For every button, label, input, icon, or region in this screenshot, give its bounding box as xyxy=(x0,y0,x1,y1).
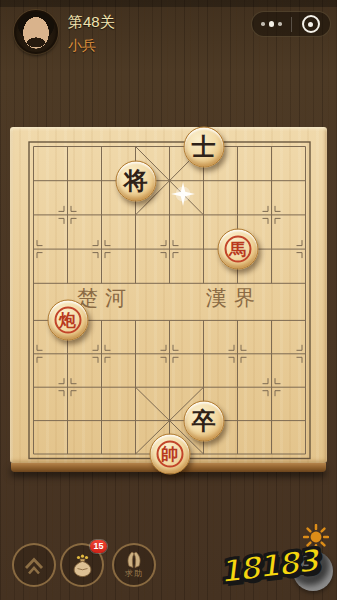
double-chevron-up-icon xyxy=(21,555,47,576)
watermark-18183: 18183 xyxy=(219,526,334,592)
piece-black-soldier[interactable]: 卒 xyxy=(183,400,224,441)
piece-red-cannon[interactable]: 炮 xyxy=(47,300,88,341)
money-bag-icon xyxy=(69,553,96,578)
more-button[interactable] xyxy=(252,12,291,36)
more-dots-icon xyxy=(261,22,265,26)
praying-hands-icon xyxy=(123,551,145,569)
more-dots-icon xyxy=(278,22,282,26)
exit-button[interactable] xyxy=(292,12,331,36)
exit-circle-icon xyxy=(302,15,320,33)
level-label: 第48关 xyxy=(68,13,115,32)
piece-black-general[interactable]: 将 xyxy=(115,160,156,201)
xiangqi-board[interactable]: 楚河漢界 士将馬炮卒帥 xyxy=(10,127,327,463)
hint-bag-button[interactable]: 15 xyxy=(60,543,104,587)
menu-button[interactable] xyxy=(12,543,56,587)
piece-red-general[interactable]: 帥 xyxy=(149,434,190,475)
player-avatar xyxy=(14,10,58,54)
more-dots-icon xyxy=(269,21,275,27)
wechat-capsule xyxy=(251,11,331,37)
piece-layer: 士将馬炮卒帥 xyxy=(10,127,327,463)
help-label: 求助 xyxy=(125,568,143,579)
app-screen: 第48关 小兵 楚河漢界 士将馬炮卒帥 15 xyxy=(0,0,337,600)
piece-black-advisor[interactable]: 士 xyxy=(183,126,224,167)
player-name: 小兵 xyxy=(68,37,96,55)
hint-count-badge: 15 xyxy=(90,540,107,553)
help-button[interactable]: 求助 xyxy=(112,543,156,587)
piece-red-horse[interactable]: 馬 xyxy=(217,229,258,270)
